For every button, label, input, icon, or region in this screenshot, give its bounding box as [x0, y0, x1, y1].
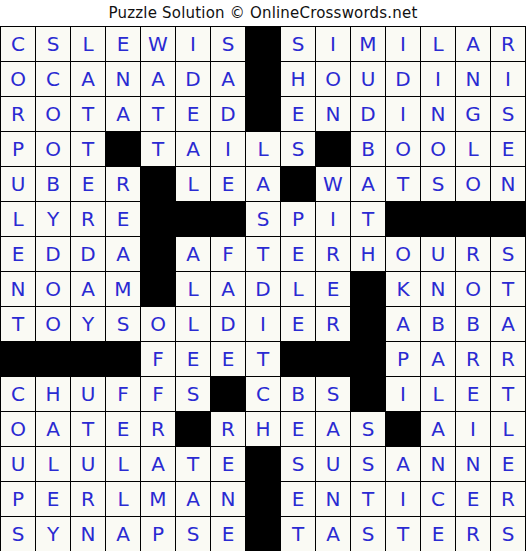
cell-r4c13: O — [421, 132, 455, 166]
cell-r3c3: T — [71, 97, 105, 131]
cell-r12c14: I — [456, 412, 490, 446]
cell-r10c6: E — [176, 342, 210, 376]
cell-r11c5: F — [141, 377, 175, 411]
black-cell-r12c6 — [176, 412, 210, 446]
cell-r15c4: A — [106, 517, 140, 551]
cell-r4c7: I — [211, 132, 245, 166]
black-cell-r6c6 — [176, 202, 210, 236]
cell-r8c3: A — [71, 272, 105, 306]
cell-r4c3: T — [71, 132, 105, 166]
black-cell-r10c3 — [71, 342, 105, 376]
cell-r15c10: A — [316, 517, 350, 551]
cell-r1c6: I — [176, 27, 210, 61]
cell-r15c3: N — [71, 517, 105, 551]
cell-r14c15: R — [491, 482, 525, 516]
cell-r15c7: E — [211, 517, 245, 551]
black-cell-r11c7 — [211, 377, 245, 411]
cell-r9c8: I — [246, 307, 280, 341]
cell-r13c4: L — [106, 447, 140, 481]
cell-r9c6: L — [176, 307, 210, 341]
cell-r5c7: E — [211, 167, 245, 201]
cell-r3c13: N — [421, 97, 455, 131]
cell-r15c2: Y — [36, 517, 70, 551]
cell-r6c1: L — [1, 202, 35, 236]
cell-r11c15: T — [491, 377, 525, 411]
cell-r11c6: S — [176, 377, 210, 411]
cell-r8c2: O — [36, 272, 70, 306]
cell-r9c4: S — [106, 307, 140, 341]
black-cell-r11c11 — [351, 377, 385, 411]
cell-r2c10: O — [316, 62, 350, 96]
cell-r12c7: R — [211, 412, 245, 446]
cell-r7c3: D — [71, 237, 105, 271]
cell-r12c15: L — [491, 412, 525, 446]
cell-r14c3: R — [71, 482, 105, 516]
cell-r10c7: E — [211, 342, 245, 376]
cell-r1c9: S — [281, 27, 315, 61]
cell-r8c7: A — [211, 272, 245, 306]
cell-r13c6: T — [176, 447, 210, 481]
black-cell-r5c5 — [141, 167, 175, 201]
cell-r8c10: E — [316, 272, 350, 306]
cell-r15c11: S — [351, 517, 385, 551]
cell-r12c1: O — [1, 412, 35, 446]
cell-r9c7: D — [211, 307, 245, 341]
cell-r6c2: Y — [36, 202, 70, 236]
cell-r15c15: S — [491, 517, 525, 551]
cell-r5c6: L — [176, 167, 210, 201]
cell-r7c10: R — [316, 237, 350, 271]
cell-r2c3: A — [71, 62, 105, 96]
cell-r2c5: A — [141, 62, 175, 96]
cell-r7c6: A — [176, 237, 210, 271]
cell-r13c13: N — [421, 447, 455, 481]
cell-r13c1: U — [1, 447, 35, 481]
cell-r2c7: A — [211, 62, 245, 96]
cell-r5c10: W — [316, 167, 350, 201]
cell-r14c10: N — [316, 482, 350, 516]
cell-r5c4: R — [106, 167, 140, 201]
cell-r1c12: I — [386, 27, 420, 61]
cell-r3c10: N — [316, 97, 350, 131]
cell-r13c12: A — [386, 447, 420, 481]
cell-r13c14: N — [456, 447, 490, 481]
cell-r13c2: L — [36, 447, 70, 481]
black-cell-r6c7 — [211, 202, 245, 236]
cell-r7c14: R — [456, 237, 490, 271]
cell-r13c15: E — [491, 447, 525, 481]
cell-r11c2: H — [36, 377, 70, 411]
cell-r4c5: T — [141, 132, 175, 166]
cell-r8c8: D — [246, 272, 280, 306]
cell-r10c12: P — [386, 342, 420, 376]
cell-r13c10: U — [316, 447, 350, 481]
cell-r9c15: A — [491, 307, 525, 341]
cell-r8c1: N — [1, 272, 35, 306]
cell-r7c1: E — [1, 237, 35, 271]
black-cell-r9c11 — [351, 307, 385, 341]
cell-r7c15: S — [491, 237, 525, 271]
cell-r4c2: O — [36, 132, 70, 166]
cell-r11c14: E — [456, 377, 490, 411]
black-cell-r10c4 — [106, 342, 140, 376]
cell-r14c7: N — [211, 482, 245, 516]
black-cell-r8c11 — [351, 272, 385, 306]
cell-r1c11: M — [351, 27, 385, 61]
cell-r3c1: R — [1, 97, 35, 131]
cell-r14c13: C — [421, 482, 455, 516]
cell-r9c3: Y — [71, 307, 105, 341]
page-title: Puzzle Solution © OnlineCrosswords.net — [0, 0, 526, 26]
cell-r4c9: S — [281, 132, 315, 166]
cell-r7c12: O — [386, 237, 420, 271]
cell-r2c1: O — [1, 62, 35, 96]
cell-r4c12: O — [386, 132, 420, 166]
cell-r14c4: L — [106, 482, 140, 516]
cell-r10c8: T — [246, 342, 280, 376]
cell-r2c15: I — [491, 62, 525, 96]
cell-r1c7: S — [211, 27, 245, 61]
cell-r14c14: E — [456, 482, 490, 516]
cell-r12c13: A — [421, 412, 455, 446]
cell-r13c9: S — [281, 447, 315, 481]
cell-r8c9: L — [281, 272, 315, 306]
cell-r15c9: T — [281, 517, 315, 551]
crossword-grid: CSLEWISSIMILAROCANADAHOUDINIROTATEDENDIN… — [0, 26, 526, 551]
black-cell-r14c8 — [246, 482, 280, 516]
cell-r4c8: L — [246, 132, 280, 166]
black-cell-r6c5 — [141, 202, 175, 236]
cell-r10c15: R — [491, 342, 525, 376]
cell-r4c6: A — [176, 132, 210, 166]
cell-r5c12: T — [386, 167, 420, 201]
black-cell-r13c8 — [246, 447, 280, 481]
cell-r10c5: F — [141, 342, 175, 376]
black-cell-r10c2 — [36, 342, 70, 376]
cell-r1c14: A — [456, 27, 490, 61]
cell-r9c1: T — [1, 307, 35, 341]
cell-r1c13: L — [421, 27, 455, 61]
black-cell-r6c12 — [386, 202, 420, 236]
cell-r6c10: I — [316, 202, 350, 236]
cell-r12c3: T — [71, 412, 105, 446]
cell-r11c12: I — [386, 377, 420, 411]
cell-r11c10: S — [316, 377, 350, 411]
cell-r6c8: S — [246, 202, 280, 236]
cell-r3c12: I — [386, 97, 420, 131]
cell-r1c3: L — [71, 27, 105, 61]
cell-r2c13: I — [421, 62, 455, 96]
cell-r10c14: R — [456, 342, 490, 376]
cell-r6c11: T — [351, 202, 385, 236]
cell-r9c14: B — [456, 307, 490, 341]
cell-r12c2: A — [36, 412, 70, 446]
cell-r11c3: U — [71, 377, 105, 411]
cell-r15c6: S — [176, 517, 210, 551]
black-cell-r8c5 — [141, 272, 175, 306]
cell-r4c1: P — [1, 132, 35, 166]
cell-r7c9: E — [281, 237, 315, 271]
cell-r3c9: E — [281, 97, 315, 131]
black-cell-r10c11 — [351, 342, 385, 376]
cell-r6c3: R — [71, 202, 105, 236]
cell-r5c11: A — [351, 167, 385, 201]
cell-r8c6: L — [176, 272, 210, 306]
cell-r8c4: M — [106, 272, 140, 306]
cell-r1c5: W — [141, 27, 175, 61]
cell-r1c2: S — [36, 27, 70, 61]
black-cell-r1c8 — [246, 27, 280, 61]
cell-r15c14: R — [456, 517, 490, 551]
cell-r3c2: O — [36, 97, 70, 131]
puzzle-solution-page: Puzzle Solution © OnlineCrosswords.net C… — [0, 0, 526, 551]
black-cell-r6c13 — [421, 202, 455, 236]
cell-r11c4: F — [106, 377, 140, 411]
cell-r2c9: H — [281, 62, 315, 96]
cell-r14c5: M — [141, 482, 175, 516]
cell-r2c12: D — [386, 62, 420, 96]
black-cell-r2c8 — [246, 62, 280, 96]
cell-r11c1: C — [1, 377, 35, 411]
cell-r12c11: S — [351, 412, 385, 446]
cell-r9c10: R — [316, 307, 350, 341]
cell-r12c4: E — [106, 412, 140, 446]
cell-r6c4: E — [106, 202, 140, 236]
cell-r3c4: A — [106, 97, 140, 131]
cell-r11c13: L — [421, 377, 455, 411]
cell-r2c11: U — [351, 62, 385, 96]
cell-r5c8: A — [246, 167, 280, 201]
black-cell-r6c14 — [456, 202, 490, 236]
black-cell-r7c5 — [141, 237, 175, 271]
cell-r5c13: S — [421, 167, 455, 201]
cell-r1c10: I — [316, 27, 350, 61]
cell-r3c5: T — [141, 97, 175, 131]
cell-r14c12: I — [386, 482, 420, 516]
cell-r11c9: B — [281, 377, 315, 411]
cell-r9c12: A — [386, 307, 420, 341]
cell-r5c1: U — [1, 167, 35, 201]
cell-r14c9: E — [281, 482, 315, 516]
cell-r4c14: L — [456, 132, 490, 166]
black-cell-r4c4 — [106, 132, 140, 166]
cell-r15c1: S — [1, 517, 35, 551]
cell-r8c12: K — [386, 272, 420, 306]
cell-r2c14: N — [456, 62, 490, 96]
cell-r8c14: O — [456, 272, 490, 306]
black-cell-r3c8 — [246, 97, 280, 131]
cell-r3c7: D — [211, 97, 245, 131]
cell-r14c6: A — [176, 482, 210, 516]
cell-r7c2: D — [36, 237, 70, 271]
cell-r4c15: E — [491, 132, 525, 166]
cell-r13c11: S — [351, 447, 385, 481]
cell-r14c2: E — [36, 482, 70, 516]
black-cell-r10c10 — [316, 342, 350, 376]
cell-r9c5: O — [141, 307, 175, 341]
cell-r6c9: P — [281, 202, 315, 236]
black-cell-r10c9 — [281, 342, 315, 376]
cell-r14c11: T — [351, 482, 385, 516]
cell-r7c13: U — [421, 237, 455, 271]
cell-r13c3: U — [71, 447, 105, 481]
cell-r7c11: H — [351, 237, 385, 271]
black-cell-r10c1 — [1, 342, 35, 376]
black-cell-r12c12 — [386, 412, 420, 446]
cell-r3c14: G — [456, 97, 490, 131]
cell-r9c13: B — [421, 307, 455, 341]
cell-r1c15: R — [491, 27, 525, 61]
cell-r7c8: T — [246, 237, 280, 271]
cell-r14c1: P — [1, 482, 35, 516]
cell-r13c7: E — [211, 447, 245, 481]
cell-r1c4: E — [106, 27, 140, 61]
cell-r5c14: O — [456, 167, 490, 201]
black-cell-r6c15 — [491, 202, 525, 236]
cell-r9c2: O — [36, 307, 70, 341]
cell-r5c15: N — [491, 167, 525, 201]
cell-r9c9: E — [281, 307, 315, 341]
black-cell-r5c9 — [281, 167, 315, 201]
cell-r1c1: C — [1, 27, 35, 61]
cell-r8c13: N — [421, 272, 455, 306]
cell-r12c10: A — [316, 412, 350, 446]
cell-r7c7: F — [211, 237, 245, 271]
cell-r15c13: E — [421, 517, 455, 551]
cell-r2c4: N — [106, 62, 140, 96]
black-cell-r15c8 — [246, 517, 280, 551]
cell-r2c2: C — [36, 62, 70, 96]
cell-r12c5: R — [141, 412, 175, 446]
cell-r3c6: E — [176, 97, 210, 131]
cell-r11c8: C — [246, 377, 280, 411]
cell-r15c5: P — [141, 517, 175, 551]
cell-r10c13: A — [421, 342, 455, 376]
cell-r3c15: S — [491, 97, 525, 131]
cell-r5c3: E — [71, 167, 105, 201]
black-cell-r4c10 — [316, 132, 350, 166]
cell-r2c6: D — [176, 62, 210, 96]
cell-r15c12: T — [386, 517, 420, 551]
cell-r12c9: E — [281, 412, 315, 446]
cell-r5c2: B — [36, 167, 70, 201]
cell-r8c15: T — [491, 272, 525, 306]
cell-r3c11: D — [351, 97, 385, 131]
cell-r7c4: A — [106, 237, 140, 271]
cell-r4c11: B — [351, 132, 385, 166]
cell-r12c8: H — [246, 412, 280, 446]
cell-r13c5: A — [141, 447, 175, 481]
